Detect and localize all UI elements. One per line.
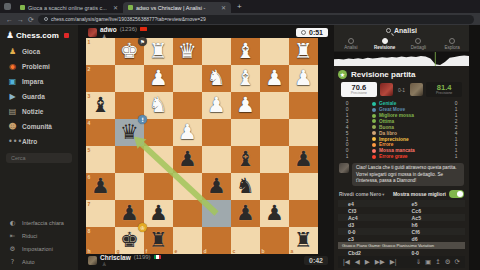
search-input[interactable] <box>6 153 72 163</box>
white-pawn-f2[interactable]: ♟ <box>144 65 173 92</box>
square-d2[interactable]: ♞ <box>202 65 231 92</box>
white-pawn-b2[interactable]: ♟ <box>260 65 289 92</box>
fast-forward-button[interactable]: ▶▶ <box>375 259 385 266</box>
rank-label: 5 <box>88 147 91 153</box>
black-move[interactable]: h6 <box>402 222 466 228</box>
square-e7[interactable] <box>173 200 202 227</box>
white-move[interactable]: c3 <box>338 236 402 242</box>
classification-row-buona: 4Buona2 <box>340 125 463 130</box>
move-list: e4e5Cf3Cc6Ac4Ac5d3h60-0Cf6c3d6Giuoco Pia… <box>338 200 465 256</box>
problemi-icon: ◉ <box>8 62 17 71</box>
gear-icon: ⚙ <box>8 245 17 253</box>
square-c1[interactable]: ♝ <box>231 38 260 65</box>
classification-row-imprecisione: 1Imprecisione1 <box>340 136 463 141</box>
square-a6[interactable] <box>289 173 318 200</box>
square-a5[interactable]: ♟ <box>289 146 318 173</box>
clock-top: 0:51 <box>296 28 328 37</box>
chesscom-logo[interactable]: ♟ Chess.com <box>0 28 78 44</box>
browser-tab-home[interactable]: Gioca a scacchi online gratis c... ✕ <box>15 2 123 13</box>
great-move-badge: ! <box>138 115 147 124</box>
square-b7[interactable]: ♟ <box>260 200 289 227</box>
square-c5[interactable]: ♝ <box>231 146 260 173</box>
square-e2[interactable] <box>173 65 202 92</box>
square-f1[interactable]: ♜ <box>144 38 173 65</box>
square-h3[interactable]: 3♝ <box>86 92 115 119</box>
coach-message: Ciao! Lascia che ti guidi attraverso que… <box>339 163 464 186</box>
evaluation-graph[interactable] <box>334 52 469 66</box>
rank-label: 1 <box>88 39 91 45</box>
tab-analisi[interactable]: Analisi <box>334 37 368 51</box>
move-row-6: c3d6 <box>338 235 465 242</box>
accuracy-row: 70.6 Precisione 0-1 81.4 Precisione <box>338 82 465 97</box>
black-pawn-a5[interactable]: ♟ <box>289 146 318 173</box>
share-icon[interactable]: ↥ <box>435 259 440 266</box>
square-b6[interactable] <box>260 173 289 200</box>
rank-label: 3 <box>88 93 91 99</box>
chess-board[interactable]: 1♚♜♛♝♜2♟♞♝♟♟3♝♞♟♟4♛♟5♟♝♟6♟♟♞7♟♟♟♟8hg♚f♜e… <box>86 38 318 254</box>
game-review-section: ★ Revisione partita 70.6 Precisione 0-1 … <box>334 66 469 270</box>
browser-tabstrip: Gioca a scacchi online gratis c... ✕ adw… <box>0 0 480 13</box>
file-label: g <box>117 248 120 254</box>
review-controls: Rivedi come Nero ▼ Mostra mosse migliori <box>339 190 464 198</box>
right-gutter <box>469 25 480 270</box>
square-b3[interactable] <box>260 92 289 119</box>
square-f5[interactable] <box>144 146 173 173</box>
square-c6[interactable]: ♞ <box>231 173 260 200</box>
square-a3[interactable] <box>289 92 318 119</box>
black-knight-c6[interactable]: ♞ <box>231 173 260 200</box>
sidebar: ♟ Chess.com ♟Gioca◉Problemi▣Impara▶Guard… <box>0 25 78 270</box>
chesscom-favicon <box>20 5 25 10</box>
review-star-icon: ★ <box>338 70 347 79</box>
sidebar-item-notizie[interactable]: ▤Notizie <box>0 104 78 119</box>
captured-pieces: ♙ <box>102 261 161 267</box>
white-rook-f1[interactable]: ♜ <box>144 38 173 65</box>
comunità-icon: ☻ <box>8 122 17 131</box>
sidebar-nav: ♟Gioca◉Problemi▣Impara▶Guarda▤Notizie☻Co… <box>0 44 78 149</box>
square-d4[interactable] <box>202 119 231 146</box>
board-column: adwo (1236) ♟ 0:51 1♚♜♛♝♜2♟♞♝♟♟3♝♞♟♟4♛♟5… <box>78 25 330 270</box>
square-h5[interactable]: 5 <box>86 146 115 173</box>
white-player-avatar <box>380 83 393 96</box>
square-e4[interactable]: ♟ <box>173 119 202 146</box>
black-bishop-h3[interactable]: ♝ <box>86 92 115 119</box>
sidebar-item-problemi[interactable]: ◉Problemi <box>0 59 78 74</box>
white-pawn-d3[interactable]: ♟ <box>202 92 231 119</box>
file-label: d <box>204 248 207 254</box>
altro-icon: ••• <box>8 137 17 146</box>
rank-label: 2 <box>88 66 91 72</box>
settings-icon[interactable]: ⚙ <box>445 259 451 266</box>
coach-text: Ciao! Lascia che ti guidi attraverso que… <box>352 163 464 186</box>
country-flag <box>140 27 147 32</box>
theme-icon: ◐ <box>8 219 17 227</box>
playback-navbar: |◀◀▶▶▶▶| ⇓▣↥⚙⟳ <box>338 256 465 268</box>
next-move-button[interactable]: ▶ <box>365 259 370 266</box>
black-pawn-e5[interactable]: ♟ <box>173 146 202 173</box>
review-title: Revisione partita <box>351 70 415 79</box>
square-e8[interactable]: e <box>173 227 202 254</box>
tab-revisione[interactable]: Revisione <box>368 37 402 51</box>
square-g5[interactable] <box>115 146 144 173</box>
player-bottom: Chrisclaw (1199) ♙ 0:42 <box>86 254 330 266</box>
white-pawn-a2[interactable]: ♟ <box>289 65 318 92</box>
classification-row-da-libro: 5Da libro4 <box>340 130 463 135</box>
file-label: c <box>233 248 236 254</box>
guarda-icon: ▶ <box>8 92 17 101</box>
chevron-down-icon: ▼ <box>381 192 385 197</box>
black-rook-f8[interactable]: ♜ <box>144 227 173 254</box>
square-c8[interactable]: c <box>231 227 260 254</box>
move-row-7: Cbd20-0 <box>338 249 465 256</box>
opening-name-bar[interactable]: Giuoco Piano Game: Giuoco Pianissimo Var… <box>338 242 465 249</box>
black-rook-a8[interactable]: ♜ <box>289 227 318 254</box>
square-f7[interactable]: ♟ <box>144 200 173 227</box>
classification-row-migliore-mossa: 1Migliore mossa1 <box>340 113 463 118</box>
square-d3[interactable]: ♟ <box>202 92 231 119</box>
square-a7[interactable] <box>289 200 318 227</box>
classification-icon <box>372 108 376 112</box>
sidebar-footer-theme[interactable]: ◐Interfaccia chiara <box>0 216 78 229</box>
white-bishop-c2[interactable]: ♝ <box>231 65 260 92</box>
chesscom-favicon <box>128 5 133 10</box>
collapse-icon: ⇤ <box>8 232 17 240</box>
black-player-avatar <box>410 83 423 96</box>
player-rating: (1236) <box>120 26 137 32</box>
square-e3[interactable] <box>173 92 202 119</box>
back-icon[interactable]: ← <box>6 16 13 23</box>
black-pawn-h6[interactable]: ♟ <box>86 173 115 200</box>
move-row-3: Ac4Ac5 <box>338 214 465 221</box>
square-h2[interactable]: 2 <box>86 65 115 92</box>
square-f2[interactable]: ♟ <box>144 65 173 92</box>
classification-icon <box>372 131 376 135</box>
square-f4[interactable] <box>144 119 173 146</box>
rank-label: 6 <box>88 174 91 180</box>
black-pawn-b7[interactable]: ♟ <box>260 200 289 227</box>
square-d5[interactable] <box>202 146 231 173</box>
white-move[interactable]: Cbd2 <box>338 250 402 256</box>
camera-icon[interactable]: ▣ <box>425 259 431 266</box>
tab-title: adwo vs Chrisclaw | Analisi - <box>136 5 205 11</box>
rank-label: 4 <box>88 120 91 126</box>
sidebar-footer-help[interactable]: ?Aiuto <box>0 255 78 268</box>
player-top: adwo (1236) ♟ 0:51 <box>86 26 330 38</box>
white-accuracy: 70.6 Precisione <box>341 82 377 97</box>
white-move[interactable]: Ac4 <box>338 215 402 221</box>
classification-icon <box>372 119 376 123</box>
analisi-tab-icon <box>348 38 354 44</box>
country-flag <box>154 255 161 260</box>
sidebar-item-comunità[interactable]: ☻Comunità <box>0 119 78 134</box>
browser-toolbar: ← → ⟳ chess.com/analysis/game/live/19038… <box>0 13 480 25</box>
black-move[interactable]: d6 <box>402 236 466 242</box>
black-pawn-d6[interactable]: ♟ <box>202 173 231 200</box>
url-bar[interactable]: chess.com/analysis/game/live/19038256388… <box>38 15 474 24</box>
browser-app-icon <box>4 3 11 10</box>
square-h1[interactable]: 1 <box>86 38 115 65</box>
square-d6[interactable]: ♟ <box>202 173 231 200</box>
black-move[interactable]: Cc6 <box>402 208 466 214</box>
tab-esplora[interactable]: Esplora <box>435 37 469 51</box>
file-label: a <box>291 248 294 254</box>
game-result: 0-1 <box>398 87 405 93</box>
logo-pawn-icon: ♟ <box>6 30 14 40</box>
square-f8[interactable]: f♜ <box>144 227 173 254</box>
square-d7[interactable] <box>202 200 231 227</box>
square-e1[interactable]: ♛ <box>173 38 202 65</box>
show-best-moves: Mostra mosse migliori <box>393 190 464 198</box>
file-label: f <box>146 248 148 254</box>
black-pawn-f7[interactable]: ♟ <box>144 200 173 227</box>
white-rook-a1[interactable]: ♜ <box>289 38 318 65</box>
tab-close-icon[interactable]: ✕ <box>113 4 118 11</box>
classification-icon <box>372 125 376 129</box>
dettagli-tab-icon <box>415 38 421 44</box>
new-tab-button[interactable]: + <box>237 2 242 11</box>
white-pawn-e4[interactable]: ♟ <box>173 119 202 146</box>
black-bishop-c5[interactable]: ♝ <box>231 146 260 173</box>
esplora-tab-icon <box>449 38 455 44</box>
black-pawn-c7[interactable]: ♟ <box>231 200 260 227</box>
impara-icon: ▣ <box>8 77 17 86</box>
white-move[interactable]: Cf3 <box>338 208 402 214</box>
player-name[interactable]: Chrisclaw <box>100 254 131 261</box>
square-h4[interactable]: 4 <box>86 119 115 146</box>
file-label: b <box>262 248 265 254</box>
sidebar-item-guarda[interactable]: ▶Guarda <box>0 89 78 104</box>
classification-row-errore: 0Errore1 <box>340 142 463 147</box>
square-f6[interactable] <box>144 173 173 200</box>
panel-title: Analisi <box>334 25 469 37</box>
site-info-icon[interactable] <box>44 17 48 21</box>
forward-icon[interactable]: → <box>17 16 24 23</box>
notification-badge <box>64 33 69 38</box>
sidebar-footer: ◐Interfaccia chiara⇤Riduci⚙Impostazioni?… <box>0 216 78 268</box>
square-f3[interactable]: ♞ <box>144 92 173 119</box>
player-name[interactable]: adwo <box>100 26 117 33</box>
classification-row-mossa-mancata: 0Mossa mancata1 <box>340 148 463 153</box>
search-icon <box>386 28 391 33</box>
move-row-2: Cf3Cc6 <box>338 207 465 214</box>
resign-flag-badge: ⚑ <box>138 37 147 46</box>
coach-avatar <box>339 163 349 173</box>
gioca-icon: ♟ <box>8 47 17 56</box>
square-h8[interactable]: 8h <box>86 227 115 254</box>
move-row-5: 0-0Cf6 <box>338 228 465 235</box>
notizie-icon: ▤ <box>8 107 17 116</box>
square-d8[interactable]: d <box>202 227 231 254</box>
avatar[interactable] <box>88 256 97 265</box>
white-queen-e1[interactable]: ♛ <box>173 38 202 65</box>
tab-close-icon[interactable]: ✕ <box>221 4 226 11</box>
sidebar-footer-settings[interactable]: ⚙Impostazioni <box>0 242 78 255</box>
help-icon: ? <box>8 258 17 266</box>
square-c2[interactable]: ♝ <box>231 65 260 92</box>
square-b2[interactable]: ♟ <box>260 65 289 92</box>
sidebar-item-impara[interactable]: ▣Impara <box>0 74 78 89</box>
classification-row-errore-grave: 1Errore grave1 <box>340 154 463 159</box>
move-classification-table: 0Geniale00Great Move11Migliore mossa13Ot… <box>340 101 463 159</box>
classification-row-great-move: 0Great Move1 <box>340 107 463 112</box>
clock-icon <box>301 30 306 35</box>
download-icon[interactable]: ⇓ <box>416 259 421 266</box>
flip-board-icon[interactable]: ⟳ <box>455 259 460 266</box>
white-knight-f3[interactable]: ♞ <box>144 92 173 119</box>
file-label: e <box>175 248 178 254</box>
classification-icon <box>372 149 376 153</box>
rank-label: 7 <box>88 201 91 207</box>
square-g6[interactable] <box>115 173 144 200</box>
classification-icon <box>372 102 376 106</box>
revisione-tab-icon <box>382 38 388 44</box>
classification-row-ottima: 3Ottima2 <box>340 119 463 124</box>
clock-bottom: 0:42 <box>304 256 328 265</box>
winner-badge: ♔ <box>138 223 147 232</box>
square-h6[interactable]: 6♟ <box>86 173 115 200</box>
black-move[interactable]: 0-0 <box>402 250 466 256</box>
white-move[interactable]: e4 <box>338 201 402 207</box>
classification-icon <box>372 114 376 118</box>
black-move[interactable]: e5 <box>402 201 466 207</box>
square-b4[interactable] <box>260 119 289 146</box>
white-pawn-c3[interactable]: ♟ <box>231 92 260 119</box>
square-a2[interactable]: ♟ <box>289 65 318 92</box>
white-bishop-c1[interactable]: ♝ <box>231 38 260 65</box>
tab-dettagli[interactable]: Dettagli <box>402 37 436 51</box>
classification-icon <box>372 143 376 147</box>
move-row-1: e4e5 <box>338 200 465 207</box>
square-b1[interactable] <box>260 38 289 65</box>
square-b5[interactable] <box>260 146 289 173</box>
square-c4[interactable] <box>231 119 260 146</box>
sidebar-item-altro[interactable]: •••Altro <box>0 134 78 149</box>
panel-tabs: AnalisiRevisioneDettagliEsplora <box>334 37 469 52</box>
classification-row-geniale: 0Geniale0 <box>340 101 463 106</box>
square-d1[interactable] <box>202 38 231 65</box>
sidebar-footer-collapse[interactable]: ⇤Riduci <box>0 229 78 242</box>
classification-icon <box>372 137 376 141</box>
square-c3[interactable]: ♟ <box>231 92 260 119</box>
classification-icon <box>372 155 376 159</box>
sidebar-item-gioca[interactable]: ♟Gioca <box>0 44 78 59</box>
best-moves-toggle[interactable] <box>449 190 464 198</box>
square-e5[interactable]: ♟ <box>173 146 202 173</box>
square-g2[interactable] <box>115 65 144 92</box>
white-knight-d2[interactable]: ♞ <box>202 65 231 92</box>
square-h7[interactable]: 7 <box>86 200 115 227</box>
white-move[interactable]: d3 <box>338 222 402 228</box>
tab-title: Gioca a scacchi online gratis c... <box>28 5 107 11</box>
browser-tab-analysis[interactable]: adwo vs Chrisclaw | Analisi - ✕ <box>123 2 231 13</box>
move-row-4: d3h6 <box>338 221 465 228</box>
player-rating: (1199) <box>134 254 151 260</box>
analysis-panel: Analisi AnalisiRevisioneDettagliEsplora … <box>334 25 469 270</box>
black-move[interactable]: Cf6 <box>402 229 466 235</box>
review-as-dropdown[interactable]: Rivedi come Nero <box>339 191 381 197</box>
square-a8[interactable]: a♜ <box>289 227 318 254</box>
avatar[interactable] <box>88 28 97 37</box>
square-a1[interactable]: ♜ <box>289 38 318 65</box>
square-c7[interactable]: ♟ <box>231 200 260 227</box>
prev-move-button[interactable]: ◀ <box>355 259 360 266</box>
white-move[interactable]: 0-0 <box>338 229 402 235</box>
rank-label: 8 <box>88 228 91 234</box>
file-label: h <box>88 248 91 254</box>
square-e6[interactable] <box>173 173 202 200</box>
black-accuracy: 81.4 Precisione <box>426 82 462 97</box>
url-text: chess.com/analysis/game/live/19038256388… <box>51 16 206 22</box>
square-b8[interactable]: b <box>260 227 289 254</box>
black-move[interactable]: Ac5 <box>402 215 466 221</box>
reload-icon[interactable]: ⟳ <box>28 16 34 23</box>
jump-end-button[interactable]: ▶| <box>390 259 397 266</box>
jump-start-button[interactable]: |◀ <box>343 259 350 266</box>
square-a4[interactable] <box>289 119 318 146</box>
